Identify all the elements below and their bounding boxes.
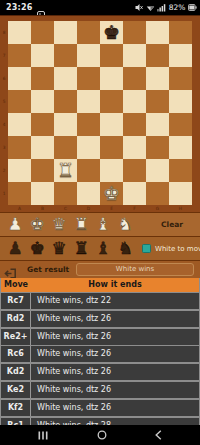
board-square-f1[interactable] — [123, 182, 146, 205]
how-it-ends-cell: White wins, dtz 26 — [31, 400, 199, 416]
board-square-e7[interactable] — [100, 44, 123, 67]
board-square-c8[interactable] — [54, 21, 77, 44]
rank-label-6: 6 — [2, 70, 6, 87]
rank-label-3: 3 — [2, 139, 6, 156]
board-square-a5[interactable] — [8, 90, 31, 113]
board-square-b1[interactable] — [31, 182, 54, 205]
tray-black-pawn[interactable]: ♟ — [4, 237, 26, 260]
signal-icon — [157, 3, 166, 12]
table-row-Kf2[interactable]: Kf2White wins, dtz 26 — [1, 400, 199, 416]
board-squares: ♚♜♚ — [8, 21, 192, 205]
moves-table-header: Move How it ends — [1, 278, 199, 292]
how-it-ends-cell: White wins, dtz 28 — [31, 418, 199, 425]
table-row-Ke2[interactable]: Ke2White wins, dtz 26 — [1, 382, 199, 398]
status-bar: 23:26 82% — [0, 0, 200, 15]
board-square-d1[interactable] — [77, 182, 100, 205]
result-status-box: White wins — [76, 263, 194, 276]
tray-white-rook[interactable]: ♜ — [70, 213, 92, 236]
table-row-Rc7[interactable]: Rc7White wins, dtz 22 — [1, 293, 199, 309]
moves-table-body: Rc7White wins, dtz 22Rd2White wins, dtz … — [1, 293, 199, 425]
tray-white-row: ♟♚♛♜♝♞ Clear — [0, 212, 200, 236]
board-square-h7[interactable] — [169, 44, 192, 67]
tray-white-king[interactable]: ♚ — [26, 213, 48, 236]
board-square-h2[interactable] — [169, 159, 192, 182]
board-square-f4[interactable] — [123, 113, 146, 136]
board-square-c4[interactable] — [54, 113, 77, 136]
board-square-a2[interactable] — [8, 159, 31, 182]
board-square-g5[interactable] — [146, 90, 169, 113]
tray-black-king[interactable]: ♚ — [26, 237, 48, 260]
how-it-ends-cell: White wins, dtz 22 — [31, 293, 199, 309]
board-square-h8[interactable] — [169, 21, 192, 44]
how-it-ends-cell: White wins, dtz 26 — [31, 346, 199, 362]
board-square-h1[interactable] — [169, 182, 192, 205]
board-square-f5[interactable] — [123, 90, 146, 113]
black-king-piece[interactable]: ♚ — [100, 21, 123, 44]
board-square-d3[interactable] — [77, 136, 100, 159]
piece-tray: ♟♚♛♜♝♞ Clear ♟♚♛♜♝♞ White to move — [0, 212, 200, 260]
get-result-button[interactable]: Get result — [27, 261, 69, 278]
tray-black-rook[interactable]: ♜ — [70, 237, 92, 260]
board-square-b6[interactable] — [31, 67, 54, 90]
move-cell: Rc1 — [1, 418, 31, 425]
tray-white-pawn[interactable]: ♟ — [4, 213, 26, 236]
board-square-a7[interactable] — [8, 44, 31, 67]
rank-label-4: 4 — [2, 116, 6, 133]
board-square-e5[interactable] — [100, 90, 123, 113]
clear-button[interactable]: Clear — [161, 213, 183, 237]
recents-icon[interactable] — [38, 431, 48, 440]
white-to-move-label: White to move — [155, 237, 200, 261]
move-cell: Kd2 — [1, 364, 31, 380]
tray-white-knight[interactable]: ♞ — [114, 213, 136, 236]
board-square-d8[interactable] — [77, 21, 100, 44]
board-square-c1[interactable] — [54, 182, 77, 205]
board-square-c5[interactable] — [54, 90, 77, 113]
board-square-c7[interactable] — [54, 44, 77, 67]
mute-icon — [135, 3, 143, 12]
tray-white-bishop[interactable]: ♝ — [92, 213, 114, 236]
board-square-g6[interactable] — [146, 67, 169, 90]
board-square-f8[interactable] — [123, 21, 146, 44]
board-square-e4[interactable] — [100, 113, 123, 136]
how-it-ends-cell: White wins, dtz 26 — [31, 382, 199, 398]
board-square-b3[interactable] — [31, 136, 54, 159]
rank-label-5: 5 — [2, 93, 6, 110]
board-square-b5[interactable] — [31, 90, 54, 113]
move-cell: Rd2 — [1, 311, 31, 327]
how-it-ends-cell: White wins, dtz 26 — [31, 329, 199, 345]
board-square-a3[interactable] — [8, 136, 31, 159]
how-it-ends-cell: White wins, dtz 26 — [31, 311, 199, 327]
white-to-move-checkbox[interactable] — [142, 244, 151, 253]
rank-label-1: 1 — [2, 185, 6, 202]
board-square-c6[interactable] — [54, 67, 77, 90]
board-square-e6[interactable] — [100, 67, 123, 90]
tray-black-slots: ♟♚♛♜♝♞ — [4, 237, 136, 260]
board-square-f3[interactable] — [123, 136, 146, 159]
board-square-h3[interactable] — [169, 136, 192, 159]
board-square-f7[interactable] — [123, 44, 146, 67]
android-nav-bar — [0, 425, 200, 445]
board-square-e2[interactable] — [100, 159, 123, 182]
move-cell: Ke2 — [1, 382, 31, 398]
tray-black-bishop[interactable]: ♝ — [92, 237, 114, 260]
board-square-b7[interactable] — [31, 44, 54, 67]
move-cell: Kf2 — [1, 400, 31, 416]
board-square-c3[interactable] — [54, 136, 77, 159]
board-square-c2[interactable]: ♜ — [54, 159, 77, 182]
board-square-d4[interactable] — [77, 113, 100, 136]
tray-black-queen[interactable]: ♛ — [48, 237, 70, 260]
board-square-a8[interactable] — [8, 21, 31, 44]
rank-label-2: 2 — [2, 162, 6, 179]
rank-label-8: 8 — [2, 24, 6, 41]
home-icon[interactable] — [97, 430, 107, 440]
table-row-Rc1[interactable]: Rc1White wins, dtz 28 — [1, 418, 199, 425]
result-bar: Get result White wins — [0, 260, 200, 278]
move-column-header: Move — [1, 278, 31, 292]
board-square-d7[interactable] — [77, 44, 100, 67]
board-square-g7[interactable] — [146, 44, 169, 67]
board-square-h4[interactable] — [169, 113, 192, 136]
white-rook-piece[interactable]: ♜ — [54, 159, 77, 182]
back-icon[interactable] — [155, 430, 162, 440]
board-square-f2[interactable] — [123, 159, 146, 182]
status-icons: 82% — [135, 2, 197, 13]
tray-black-row: ♟♚♛♜♝♞ White to move — [0, 236, 200, 260]
tray-black-knight[interactable]: ♞ — [114, 237, 136, 260]
board-square-d6[interactable] — [77, 67, 100, 90]
board-square-g3[interactable] — [146, 136, 169, 159]
table-row-Re2check[interactable]: Re2+White wins, dtz 26 — [1, 329, 199, 345]
wifi-icon — [146, 3, 155, 12]
clock-text: 23:26 — [6, 3, 32, 12]
board-square-d2[interactable] — [77, 159, 100, 182]
board-square-b4[interactable] — [31, 113, 54, 136]
battery-percent-text: 82% — [169, 3, 186, 12]
board-square-b8[interactable] — [31, 21, 54, 44]
board-square-e8[interactable]: ♚ — [100, 21, 123, 44]
how-it-ends-cell: White wins, dtz 26 — [31, 364, 199, 380]
board-square-a1[interactable] — [8, 182, 31, 205]
table-row-Rd2[interactable]: Rd2White wins, dtz 26 — [1, 311, 199, 327]
board-square-g1[interactable] — [146, 182, 169, 205]
move-cell: Rc7 — [1, 293, 31, 309]
chess-board: ♚♜♚ 87654321 ABCDEFGH — [0, 15, 200, 212]
board-square-g4[interactable] — [146, 113, 169, 136]
table-row-Kd2[interactable]: Kd2White wins, dtz 26 — [1, 364, 199, 380]
how-it-ends-column-header: How it ends — [31, 278, 199, 292]
board-square-d5[interactable] — [77, 90, 100, 113]
board-square-h6[interactable] — [169, 67, 192, 90]
move-cell: Re2+ — [1, 329, 31, 345]
rank-label-7: 7 — [2, 47, 6, 64]
board-square-b2[interactable] — [31, 159, 54, 182]
white-king-piece[interactable]: ♚ — [100, 182, 123, 205]
move-cell: Rc6 — [1, 346, 31, 362]
app-screen: 23:26 82% ♚♜♚ 87654321 ABCDEFGH ♟♚♛♜♝♞ C… — [0, 0, 200, 445]
board-square-g8[interactable] — [146, 21, 169, 44]
tray-white-slots: ♟♚♛♜♝♞ — [4, 213, 136, 236]
battery-icon — [188, 3, 197, 12]
table-row-Rc6[interactable]: Rc6White wins, dtz 26 — [1, 346, 199, 362]
board-square-f6[interactable] — [123, 67, 146, 90]
moves-table: Move How it ends Rc7White wins, dtz 22Rd… — [0, 278, 200, 425]
board-square-h5[interactable] — [169, 90, 192, 113]
board-square-e1[interactable]: ♚ — [100, 182, 123, 205]
board-square-a4[interactable] — [8, 113, 31, 136]
board-square-e3[interactable] — [100, 136, 123, 159]
board-square-a6[interactable] — [8, 67, 31, 90]
tray-white-queen[interactable]: ♛ — [48, 213, 70, 236]
board-square-g2[interactable] — [146, 159, 169, 182]
